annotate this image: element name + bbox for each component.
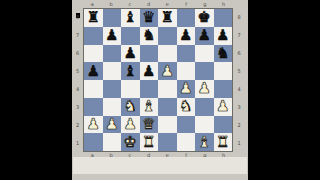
piece-black-pawn: ♟ [105,28,118,43]
square-g3[interactable] [195,98,214,116]
square-g6[interactable] [195,45,214,63]
piece-white-pawn: ♟ [105,117,118,132]
square-a6[interactable] [84,45,103,63]
square-h8[interactable] [214,9,233,27]
piece-black-queen: ♛ [142,10,155,25]
piece-white-pawn: ♟ [124,117,137,132]
video-frame: abcdefgh 87654321 ♜♝♛♜♚♟♞♟♟♟♟♞♟♝♟♟♟♟♞♝♞♟… [0,0,320,180]
square-e1[interactable] [158,133,177,151]
piece-black-knight: ♞ [216,46,229,61]
rank-label-7: 7 [233,26,245,44]
square-d6[interactable] [140,45,159,63]
file-label-f: f [177,1,196,8]
square-c2[interactable]: ♟ [121,116,140,134]
square-d1[interactable]: ♜ [140,133,159,151]
square-a2[interactable]: ♟ [84,116,103,134]
square-c5[interactable]: ♝ [121,62,140,80]
piece-black-pawn: ♟ [216,28,229,43]
square-b8[interactable] [103,9,122,27]
square-c1[interactable]: ♚ [121,133,140,151]
square-d7[interactable]: ♞ [140,27,159,45]
file-label-c: c [121,1,140,8]
square-h6[interactable]: ♞ [214,45,233,63]
square-b3[interactable] [103,98,122,116]
square-e6[interactable] [158,45,177,63]
square-b6[interactable] [103,45,122,63]
square-c4[interactable] [121,80,140,98]
square-f7[interactable]: ♟ [177,27,196,45]
square-h2[interactable] [214,116,233,134]
file-label-a: a [83,1,102,8]
piece-black-bishop: ♝ [124,64,137,79]
square-f1[interactable] [177,133,196,151]
square-g5[interactable] [195,62,214,80]
piece-black-king: ♚ [198,10,211,25]
file-label-b: b [102,1,121,8]
file-label-e: e [158,1,177,8]
piece-white-queen: ♛ [142,117,155,132]
square-b4[interactable] [103,80,122,98]
rank-label-8: 8 [72,8,83,26]
square-c3[interactable]: ♞ [121,98,140,116]
file-labels-top: abcdefgh [83,1,233,8]
piece-white-bishop: ♝ [198,135,211,150]
square-a8[interactable]: ♜ [84,9,103,27]
square-f6[interactable] [177,45,196,63]
square-f3[interactable]: ♞ [177,98,196,116]
square-h3[interactable]: ♟ [214,98,233,116]
square-a1[interactable] [84,133,103,151]
piece-white-knight: ♞ [179,99,192,114]
square-g4[interactable]: ♟ [195,80,214,98]
piece-white-bishop: ♝ [142,99,155,114]
square-a3[interactable] [84,98,103,116]
rank-labels-right: 87654321 [233,8,245,152]
square-b2[interactable]: ♟ [103,116,122,134]
piece-black-knight: ♞ [142,28,155,43]
file-label-g: g [196,1,215,8]
rank-label-3: 3 [233,98,245,116]
piece-black-bishop: ♝ [124,10,137,25]
rank-labels-left: 87654321 [72,8,83,152]
rank-label-5: 5 [233,62,245,80]
square-e7[interactable] [158,27,177,45]
piece-black-pawn: ♟ [87,64,100,79]
square-g2[interactable] [195,116,214,134]
game-caption: Hudson, Robert (2227) -- Hauschild, Hans… [73,157,247,174]
square-g8[interactable]: ♚ [195,9,214,27]
square-h1[interactable]: ♜ [214,133,233,151]
square-d5[interactable]: ♟ [140,62,159,80]
piece-black-rook: ♜ [87,10,100,25]
square-b5[interactable] [103,62,122,80]
rank-label-2: 2 [233,116,245,134]
square-a4[interactable] [84,80,103,98]
square-a7[interactable] [84,27,103,45]
square-h7[interactable]: ♟ [214,27,233,45]
square-e8[interactable]: ♜ [158,9,177,27]
square-g7[interactable]: ♟ [195,27,214,45]
square-d3[interactable]: ♝ [140,98,159,116]
square-c7[interactable] [121,27,140,45]
rank-label-3: 3 [72,98,83,116]
square-c6[interactable]: ♟ [121,45,140,63]
piece-white-knight: ♞ [124,99,137,114]
letterbox-right [248,0,320,180]
square-c8[interactable]: ♝ [121,9,140,27]
rank-label-6: 6 [72,44,83,62]
piece-black-pawn: ♟ [179,28,192,43]
square-h5[interactable] [214,62,233,80]
piece-black-rook: ♜ [161,10,174,25]
square-d8[interactable]: ♛ [140,9,159,27]
rank-label-4: 4 [233,80,245,98]
piece-white-pawn: ♟ [198,81,211,96]
square-d2[interactable]: ♛ [140,116,159,134]
file-label-h: h [214,1,233,8]
rank-label-7: 7 [72,26,83,44]
piece-white-pawn: ♟ [179,81,192,96]
square-b1[interactable] [103,133,122,151]
piece-white-rook: ♜ [216,135,229,150]
square-d4[interactable] [140,80,159,98]
square-f8[interactable] [177,9,196,27]
piece-white-pawn: ♟ [87,117,100,132]
letterbox-left [0,0,72,180]
rank-label-1: 1 [72,134,83,152]
rank-label-1: 1 [233,134,245,152]
rank-label-5: 5 [72,62,83,80]
chess-panel: abcdefgh 87654321 ♜♝♛♜♚♟♞♟♟♟♟♞♟♝♟♟♟♟♞♝♞♟… [72,0,248,180]
square-e5[interactable]: ♟ [158,62,177,80]
square-f2[interactable] [177,116,196,134]
square-e3[interactable] [158,98,177,116]
piece-white-king: ♚ [124,135,137,150]
piece-black-pawn: ♟ [142,64,155,79]
square-h4[interactable] [214,80,233,98]
square-g1[interactable]: ♝ [195,133,214,151]
piece-white-rook: ♜ [142,135,155,150]
chess-board: ♜♝♛♜♚♟♞♟♟♟♟♞♟♝♟♟♟♟♞♝♞♟♟♟♟♛♚♜♝♜ [83,8,233,152]
piece-black-pawn: ♟ [124,46,137,61]
square-a5[interactable]: ♟ [84,62,103,80]
piece-black-pawn: ♟ [198,28,211,43]
square-e2[interactable] [158,116,177,134]
rank-label-8: 8 [233,8,245,26]
piece-white-pawn: ♟ [161,64,174,79]
file-label-d: d [139,1,158,8]
rank-label-6: 6 [233,44,245,62]
square-f5[interactable] [177,62,196,80]
square-f4[interactable]: ♟ [177,80,196,98]
square-e4[interactable] [158,80,177,98]
piece-white-pawn: ♟ [216,99,229,114]
rank-label-4: 4 [72,80,83,98]
rank-label-2: 2 [72,116,83,134]
square-b7[interactable]: ♟ [103,27,122,45]
